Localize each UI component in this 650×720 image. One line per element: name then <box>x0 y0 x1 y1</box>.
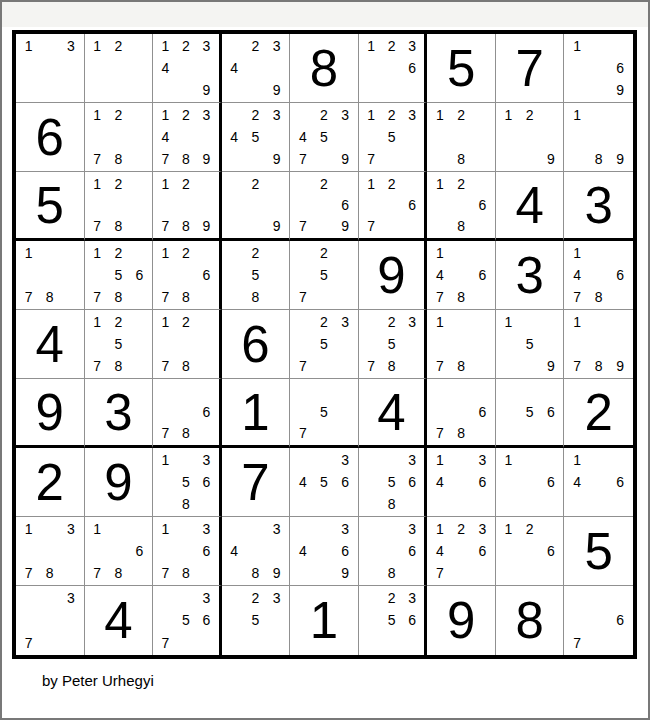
pencil-mark: 1 <box>87 35 108 57</box>
pencil-marks-grid: 2679 <box>292 173 356 237</box>
pencil-mark: 1 <box>87 242 108 264</box>
cell-r3c4[interactable]: 29 <box>222 172 291 241</box>
pencil-mark: 6 <box>472 401 493 422</box>
pencil-mark: 6 <box>402 471 423 493</box>
pencil-mark: 6 <box>129 540 150 562</box>
cell-r3c7[interactable]: 1268 <box>427 172 496 241</box>
pencil-mark: 3 <box>402 587 423 609</box>
pencil-mark: 7 <box>87 216 108 237</box>
pencil-mark: 4 <box>224 57 245 79</box>
pencil-mark: 7 <box>566 286 588 308</box>
pencil-mark: 1 <box>361 35 382 57</box>
pencil-marks-grid: 1268 <box>429 173 493 237</box>
pencil-marks-grid: 3469 <box>292 518 356 584</box>
cell-r4c3[interactable]: 12678 <box>153 241 222 310</box>
pencil-mark: 2 <box>245 173 266 194</box>
pencil-mark: 6 <box>402 194 423 215</box>
pencil-mark: 1 <box>155 173 176 194</box>
pencil-mark: 9 <box>196 79 217 101</box>
cell-r2c5[interactable]: 234579 <box>290 103 359 172</box>
pencil-mark: 6 <box>335 471 356 493</box>
pencil-mark: 2 <box>176 35 197 57</box>
pencil-mark: 7 <box>155 423 176 444</box>
cell-value: 2 <box>585 387 613 438</box>
pencil-mark: 3 <box>335 311 356 333</box>
pencil-mark: 6 <box>472 194 493 215</box>
cell-r8c4[interactable]: 3489 <box>222 517 291 586</box>
pencil-mark: 8 <box>176 493 197 515</box>
pencil-mark: 6 <box>196 401 217 422</box>
pencil-mark: 3 <box>266 35 287 57</box>
pencil-mark: 6 <box>196 609 217 631</box>
pencil-mark: 8 <box>381 562 402 584</box>
cell-r9c2[interactable]: 4 <box>85 586 154 655</box>
cell-r7c1[interactable]: 2 <box>16 448 85 517</box>
pencil-mark: 8 <box>108 216 129 237</box>
pencil-mark: 2 <box>313 311 334 333</box>
pencil-marks-grid: 1267 <box>361 173 423 237</box>
cell-r6c5[interactable]: 57 <box>290 379 359 448</box>
pencil-mark: 1 <box>429 449 450 471</box>
cell-r6c6[interactable]: 4 <box>359 379 428 448</box>
pencil-mark: 2 <box>176 242 197 264</box>
pencil-marks-grid: 128 <box>429 104 493 170</box>
cell-r2c9[interactable]: 189 <box>564 103 633 172</box>
pencil-mark: 4 <box>155 57 176 79</box>
pencil-mark: 1 <box>429 104 450 126</box>
cell-value: 7 <box>241 457 269 508</box>
cell-value: 3 <box>104 387 132 438</box>
pencil-mark: 2 <box>381 173 402 194</box>
cell-r3c9[interactable]: 3 <box>564 172 633 241</box>
pencil-mark: 3 <box>60 518 81 540</box>
cell-r6c7[interactable]: 678 <box>427 379 496 448</box>
cell-r4c7[interactable]: 14678 <box>427 241 496 310</box>
pencil-mark: 8 <box>451 423 472 444</box>
pencil-mark: 4 <box>429 264 450 286</box>
pencil-marks-grid: 3568 <box>361 449 423 515</box>
pencil-mark: 6 <box>472 540 493 562</box>
pencil-mark: 6 <box>129 264 150 286</box>
pencil-mark: 8 <box>39 562 60 584</box>
pencil-mark: 1 <box>87 104 108 126</box>
cell-r5c8[interactable]: 159 <box>496 310 565 379</box>
pencil-mark: 3 <box>335 104 356 126</box>
cell-r3c8[interactable]: 4 <box>496 172 565 241</box>
pencil-marks-grid: 12678 <box>155 242 217 308</box>
cell-value: 8 <box>515 595 543 646</box>
cell-r5c4[interactable]: 6 <box>222 310 291 379</box>
pencil-mark: 7 <box>155 632 176 654</box>
pencil-mark: 7 <box>429 286 450 308</box>
cell-r8c8[interactable]: 126 <box>496 517 565 586</box>
pencil-mark: 7 <box>292 423 313 444</box>
cell-r5c9[interactable]: 1789 <box>564 310 633 379</box>
cell-r4c2[interactable]: 125678 <box>85 241 154 310</box>
pencil-mark: 6 <box>609 471 631 493</box>
pencil-marks-grid: 1278 <box>87 173 151 237</box>
cell-r1c7[interactable]: 5 <box>427 34 496 103</box>
cell-r3c1[interactable]: 5 <box>16 172 85 241</box>
pencil-marks-grid: 126 <box>498 518 562 584</box>
pencil-marks-grid: 2357 <box>292 311 356 377</box>
pencil-mark: 4 <box>429 471 450 493</box>
cell-r5c1[interactable]: 4 <box>16 310 85 379</box>
pencil-marks-grid: 258 <box>224 242 288 308</box>
cell-value: 6 <box>241 319 269 370</box>
cell-r5c5[interactable]: 2357 <box>290 310 359 379</box>
cell-value: 4 <box>515 180 543 231</box>
pencil-mark: 4 <box>155 126 176 148</box>
cell-r7c4[interactable]: 7 <box>222 448 291 517</box>
pencil-mark: 6 <box>196 264 217 286</box>
pencil-mark: 8 <box>588 148 610 170</box>
cell-r2c3[interactable]: 1234789 <box>153 103 222 172</box>
pencil-mark: 7 <box>566 632 588 654</box>
pencil-mark: 6 <box>402 609 423 631</box>
sudoku-page: 1312123492349812365716961278123478923459… <box>0 0 650 720</box>
pencil-mark: 4 <box>429 540 450 562</box>
pencil-mark: 5 <box>381 333 402 355</box>
pencil-marks-grid: 13 <box>18 35 82 101</box>
cell-r6c3[interactable]: 678 <box>153 379 222 448</box>
pencil-mark: 6 <box>609 57 631 79</box>
pencil-mark: 1 <box>429 242 450 264</box>
pencil-mark: 7 <box>361 216 382 237</box>
pencil-mark: 7 <box>429 562 450 584</box>
cell-value: 3 <box>515 250 543 301</box>
cell-r9c3[interactable]: 3567 <box>153 586 222 655</box>
cell-r5c7[interactable]: 178 <box>427 310 496 379</box>
pencil-mark: 3 <box>196 587 217 609</box>
pencil-marks-grid: 13568 <box>155 449 217 515</box>
pencil-mark: 8 <box>176 286 197 308</box>
pencil-mark: 2 <box>108 173 129 194</box>
pencil-mark: 9 <box>540 355 561 377</box>
pencil-mark: 5 <box>108 264 129 286</box>
pencil-marks-grid: 234579 <box>292 104 356 170</box>
pencil-mark: 3 <box>402 104 423 126</box>
pencil-marks-grid: 12578 <box>87 311 151 377</box>
pencil-mark: 2 <box>245 35 266 57</box>
cell-r8c9[interactable]: 5 <box>564 517 633 586</box>
pencil-mark: 7 <box>155 286 176 308</box>
pencil-mark: 3 <box>60 587 81 609</box>
cell-r8c6[interactable]: 368 <box>359 517 428 586</box>
pencil-mark: 6 <box>196 471 217 493</box>
cell-r5c6[interactable]: 23578 <box>359 310 428 379</box>
pencil-mark: 9 <box>540 148 561 170</box>
pencil-mark: 5 <box>381 471 402 493</box>
cell-r1c4[interactable]: 2349 <box>222 34 291 103</box>
cell-r9c4[interactable]: 235 <box>222 586 291 655</box>
pencil-mark: 6 <box>540 471 561 493</box>
pencil-mark: 2 <box>451 518 472 540</box>
pencil-mark: 8 <box>588 355 610 377</box>
cell-value: 4 <box>36 319 64 370</box>
pencil-mark: 6 <box>402 540 423 562</box>
cell-r6c1[interactable]: 9 <box>16 379 85 448</box>
pencil-mark: 9 <box>609 79 631 101</box>
cell-r8c1[interactable]: 1378 <box>16 517 85 586</box>
cell-r2c8[interactable]: 129 <box>496 103 565 172</box>
cell-value: 2 <box>36 457 64 508</box>
pencil-mark: 6 <box>335 194 356 215</box>
pencil-mark: 2 <box>313 104 334 126</box>
cell-value: 7 <box>515 43 543 94</box>
cell-r2c1[interactable]: 6 <box>16 103 85 172</box>
cell-r9c6[interactable]: 2356 <box>359 586 428 655</box>
cell-r1c9[interactable]: 169 <box>564 34 633 103</box>
cell-r3c2[interactable]: 1278 <box>85 172 154 241</box>
pencil-mark: 5 <box>108 333 129 355</box>
cell-r7c3[interactable]: 13568 <box>153 448 222 517</box>
pencil-marks-grid: 189 <box>566 104 631 170</box>
cell-r4c1[interactable]: 178 <box>16 241 85 310</box>
cell-r8c2[interactable]: 1678 <box>85 517 154 586</box>
pencil-mark: 1 <box>18 35 39 57</box>
pencil-marks-grid: 123467 <box>429 518 493 584</box>
pencil-marks-grid: 1346 <box>429 449 493 515</box>
pencil-marks-grid: 23459 <box>224 104 288 170</box>
pencil-mark: 9 <box>335 148 356 170</box>
cell-r9c8[interactable]: 8 <box>496 586 565 655</box>
cell-r4c4[interactable]: 258 <box>222 241 291 310</box>
cell-r1c1[interactable]: 13 <box>16 34 85 103</box>
pencil-mark: 4 <box>292 126 313 148</box>
pencil-mark: 5 <box>245 609 266 631</box>
pencil-marks-grid: 146 <box>566 449 631 515</box>
cell-r4c5[interactable]: 257 <box>290 241 359 310</box>
pencil-mark: 2 <box>451 104 472 126</box>
cell-value: 9 <box>104 457 132 508</box>
pencil-mark: 7 <box>155 562 176 584</box>
pencil-mark: 4 <box>292 540 313 562</box>
pencil-marks-grid: 12349 <box>155 35 217 101</box>
pencil-mark: 4 <box>292 471 313 493</box>
pencil-mark: 1 <box>429 173 450 194</box>
pencil-mark: 3 <box>472 518 493 540</box>
pencil-marks-grid: 12789 <box>155 173 217 237</box>
pencil-mark: 1 <box>87 311 108 333</box>
pencil-mark: 3 <box>196 104 217 126</box>
cell-r4c8[interactable]: 3 <box>496 241 565 310</box>
cell-r9c7[interactable]: 9 <box>427 586 496 655</box>
pencil-mark: 8 <box>588 286 610 308</box>
pencil-mark: 9 <box>266 148 287 170</box>
pencil-mark: 2 <box>245 242 266 264</box>
cell-r2c2[interactable]: 1278 <box>85 103 154 172</box>
pencil-mark: 2 <box>108 311 129 333</box>
cell-r2c6[interactable]: 12357 <box>359 103 428 172</box>
pencil-mark: 3 <box>335 449 356 471</box>
pencil-mark: 5 <box>313 401 334 422</box>
pencil-mark: 2 <box>381 587 402 609</box>
pencil-marks-grid: 3456 <box>292 449 356 515</box>
pencil-mark: 7 <box>361 355 382 377</box>
pencil-mark: 2 <box>176 104 197 126</box>
pencil-mark: 8 <box>245 286 266 308</box>
pencil-mark: 1 <box>566 242 588 264</box>
cell-value: 6 <box>36 112 64 163</box>
pencil-mark: 7 <box>292 216 313 237</box>
cell-r6c9[interactable]: 2 <box>564 379 633 448</box>
pencil-mark: 5 <box>519 401 540 422</box>
cell-r5c2[interactable]: 12578 <box>85 310 154 379</box>
pencil-mark: 2 <box>245 104 266 126</box>
pencil-marks-grid: 129 <box>498 104 562 170</box>
cell-r3c6[interactable]: 1267 <box>359 172 428 241</box>
pencil-marks-grid: 56 <box>498 380 562 444</box>
cell-r4c6[interactable]: 9 <box>359 241 428 310</box>
top-strip <box>2 2 648 27</box>
cell-r2c7[interactable]: 128 <box>427 103 496 172</box>
pencil-marks-grid: 13678 <box>155 518 217 584</box>
pencil-marks-grid: 178 <box>18 242 82 308</box>
pencil-mark: 9 <box>335 216 356 237</box>
pencil-mark: 9 <box>196 216 217 237</box>
cell-r7c8[interactable]: 16 <box>496 448 565 517</box>
pencil-mark: 7 <box>429 423 450 444</box>
cell-r1c2[interactable]: 12 <box>85 34 154 103</box>
pencil-mark: 8 <box>176 355 197 377</box>
cell-r5c3[interactable]: 1278 <box>153 310 222 379</box>
pencil-mark: 8 <box>108 355 129 377</box>
pencil-marks-grid: 1234789 <box>155 104 217 170</box>
pencil-mark: 1 <box>87 173 108 194</box>
cell-r6c2[interactable]: 3 <box>85 379 154 448</box>
pencil-mark: 7 <box>18 286 39 308</box>
pencil-mark: 9 <box>196 148 217 170</box>
pencil-marks-grid: 2356 <box>361 587 423 654</box>
pencil-mark: 1 <box>498 311 519 333</box>
pencil-marks-grid: 12357 <box>361 104 423 170</box>
pencil-mark: 2 <box>313 173 334 194</box>
pencil-mark: 8 <box>381 355 402 377</box>
cell-r7c5[interactable]: 3456 <box>290 448 359 517</box>
pencil-mark: 1 <box>361 173 382 194</box>
pencil-mark: 7 <box>292 355 313 377</box>
pencil-mark: 1 <box>18 242 39 264</box>
pencil-marks-grid: 169 <box>566 35 631 101</box>
cell-r7c6[interactable]: 3568 <box>359 448 428 517</box>
cell-r1c8[interactable]: 7 <box>496 34 565 103</box>
pencil-mark: 2 <box>313 242 334 264</box>
cell-r7c2[interactable]: 9 <box>85 448 154 517</box>
pencil-mark: 4 <box>566 471 588 493</box>
pencil-mark: 8 <box>451 355 472 377</box>
cell-r9c5[interactable]: 1 <box>290 586 359 655</box>
sudoku-board: 1312123492349812365716961278123478923459… <box>12 30 637 659</box>
pencil-mark: 6 <box>472 471 493 493</box>
pencil-mark: 2 <box>381 311 402 333</box>
pencil-mark: 8 <box>451 148 472 170</box>
pencil-mark: 2 <box>451 173 472 194</box>
pencil-mark: 7 <box>566 355 588 377</box>
pencil-mark: 3 <box>335 518 356 540</box>
cell-r9c1[interactable]: 37 <box>16 586 85 655</box>
pencil-mark: 3 <box>196 35 217 57</box>
cell-r3c3[interactable]: 12789 <box>153 172 222 241</box>
pencil-mark: 2 <box>108 104 129 126</box>
cell-r9c9[interactable]: 67 <box>564 586 633 655</box>
pencil-mark: 8 <box>245 562 266 584</box>
pencil-mark: 6 <box>609 609 631 631</box>
pencil-mark: 9 <box>266 79 287 101</box>
cell-r6c8[interactable]: 56 <box>496 379 565 448</box>
cell-r7c9[interactable]: 146 <box>564 448 633 517</box>
pencil-mark: 3 <box>266 518 287 540</box>
cell-r4c9[interactable]: 14678 <box>564 241 633 310</box>
pencil-mark: 1 <box>566 104 588 126</box>
cell-r8c5[interactable]: 3469 <box>290 517 359 586</box>
author-caption: by Peter Urhegyi <box>42 672 648 689</box>
pencil-mark: 2 <box>245 587 266 609</box>
pencil-marks-grid: 1236 <box>361 35 423 101</box>
pencil-marks-grid: 1378 <box>18 518 82 584</box>
cell-value: 5 <box>447 43 475 94</box>
cell-value: 1 <box>310 595 338 646</box>
cell-value: 9 <box>36 387 64 438</box>
cell-r1c5[interactable]: 8 <box>290 34 359 103</box>
pencil-marks-grid: 368 <box>361 518 423 584</box>
pencil-mark: 3 <box>196 449 217 471</box>
cell-value: 3 <box>585 180 613 231</box>
cell-r8c3[interactable]: 13678 <box>153 517 222 586</box>
pencil-mark: 5 <box>313 126 334 148</box>
cell-value: 5 <box>585 526 613 577</box>
pencil-mark: 1 <box>498 518 519 540</box>
cell-r2c4[interactable]: 23459 <box>222 103 291 172</box>
pencil-marks-grid: 1678 <box>87 518 151 584</box>
pencil-mark: 1 <box>18 518 39 540</box>
pencil-mark: 9 <box>335 562 356 584</box>
pencil-mark: 1 <box>566 311 588 333</box>
pencil-marks-grid: 159 <box>498 311 562 377</box>
cell-r1c3[interactable]: 12349 <box>153 34 222 103</box>
pencil-mark: 3 <box>266 104 287 126</box>
pencil-mark: 1 <box>155 35 176 57</box>
pencil-mark: 7 <box>429 355 450 377</box>
cell-r7c7[interactable]: 1346 <box>427 448 496 517</box>
cell-r1c6[interactable]: 1236 <box>359 34 428 103</box>
pencil-marks-grid: 37 <box>18 587 82 654</box>
pencil-mark: 1 <box>566 35 588 57</box>
cell-r6c4[interactable]: 1 <box>222 379 291 448</box>
pencil-mark: 2 <box>519 518 540 540</box>
pencil-mark: 1 <box>87 518 108 540</box>
pencil-mark: 3 <box>402 518 423 540</box>
pencil-mark: 6 <box>609 264 631 286</box>
pencil-mark: 7 <box>18 632 39 654</box>
pencil-mark: 1 <box>429 518 450 540</box>
pencil-marks-grid: 2349 <box>224 35 288 101</box>
pencil-mark: 9 <box>609 148 631 170</box>
cell-r3c5[interactable]: 2679 <box>290 172 359 241</box>
cell-value: 4 <box>104 595 132 646</box>
pencil-mark: 5 <box>176 471 197 493</box>
pencil-marks-grid: 235 <box>224 587 288 654</box>
pencil-mark: 8 <box>108 148 129 170</box>
pencil-mark: 8 <box>176 423 197 444</box>
pencil-mark: 1 <box>155 449 176 471</box>
pencil-mark: 8 <box>108 286 129 308</box>
cell-r8c7[interactable]: 123467 <box>427 517 496 586</box>
pencil-mark: 9 <box>609 355 631 377</box>
pencil-marks-grid: 14678 <box>429 242 493 308</box>
pencil-mark: 3 <box>402 449 423 471</box>
pencil-mark: 1 <box>155 242 176 264</box>
